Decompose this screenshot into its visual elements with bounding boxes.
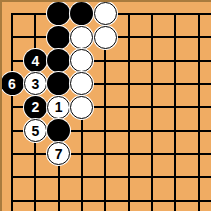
- white-stone-move-3: 3: [24, 72, 47, 95]
- white-stone-move-5: 5: [24, 119, 47, 142]
- intersection-E18: [94, 26, 117, 49]
- black-stone-move-2: 2: [24, 96, 47, 119]
- black-stone-C18: [47, 26, 70, 49]
- intersection-B15: 2: [24, 96, 47, 119]
- intersection-E19: [94, 2, 117, 25]
- intersection-C17: [47, 49, 70, 72]
- intersection-A16: 6: [0, 72, 23, 95]
- black-stone-move-4: 4: [24, 49, 47, 72]
- go-board: 4632157: [0, 0, 211, 211]
- intersection-C18: [47, 26, 70, 49]
- intersection-D17: [70, 49, 93, 72]
- stones-layer: 4632157: [0, 2, 210, 211]
- white-stone-D18: [70, 26, 93, 49]
- black-stone-D19: [70, 2, 93, 25]
- intersection-D16: [70, 72, 93, 95]
- intersection-C16: [47, 72, 70, 95]
- intersection-D15: [70, 96, 93, 119]
- intersection-C13: 7: [47, 142, 70, 165]
- white-stone-move-1: 1: [47, 96, 70, 119]
- white-stone-move-7: 7: [47, 142, 70, 165]
- intersection-D19: [70, 2, 93, 25]
- white-stone-D17: [70, 49, 93, 72]
- intersection-B16: 3: [24, 72, 47, 95]
- white-stone-E19: [94, 2, 117, 25]
- white-stone-D15: [70, 96, 93, 119]
- intersection-B14: 5: [24, 119, 47, 142]
- black-stone-C19: [47, 2, 70, 25]
- intersection-D18: [70, 26, 93, 49]
- black-stone-C16: [47, 72, 70, 95]
- intersection-C14: [47, 119, 70, 142]
- intersection-C15: 1: [47, 96, 70, 119]
- black-stone-move-6: 6: [1, 72, 24, 95]
- white-stone-E18: [94, 26, 117, 49]
- black-stone-C17: [47, 49, 70, 72]
- intersection-B17: 4: [24, 49, 47, 72]
- black-stone-C14: [47, 119, 70, 142]
- white-stone-D16: [70, 72, 93, 95]
- intersection-C19: [47, 2, 70, 25]
